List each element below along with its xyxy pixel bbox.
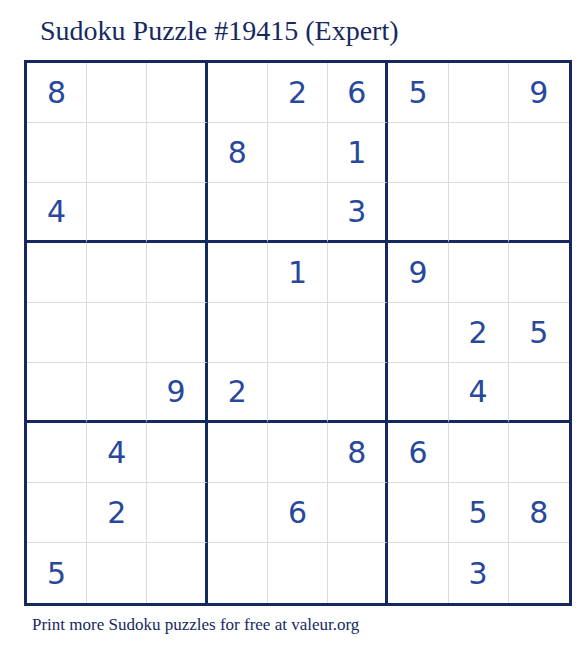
cell-r6c2 (87, 363, 147, 423)
cell-r6c5 (268, 363, 328, 423)
cell-r4c2 (87, 243, 147, 303)
cell-r1c7: 5 (388, 63, 448, 123)
cell-r1c6: 6 (328, 63, 388, 123)
cell-r7c6: 8 (328, 423, 388, 483)
cell-r9c2 (87, 543, 147, 603)
cell-r5c9: 5 (509, 303, 569, 363)
cell-r1c4 (208, 63, 268, 123)
cell-r3c2 (87, 183, 147, 243)
cell-r7c3 (147, 423, 207, 483)
cell-r1c5: 2 (268, 63, 328, 123)
cell-r4c4 (208, 243, 268, 303)
cell-r2c1 (27, 123, 87, 183)
cell-r6c7 (388, 363, 448, 423)
cell-r6c4: 2 (208, 363, 268, 423)
cell-r5c1 (27, 303, 87, 363)
cell-r6c8: 4 (449, 363, 509, 423)
cell-r3c4 (208, 183, 268, 243)
cell-r5c6 (328, 303, 388, 363)
cell-r9c3 (147, 543, 207, 603)
cell-r7c5 (268, 423, 328, 483)
cell-r2c5 (268, 123, 328, 183)
cell-r8c7 (388, 483, 448, 543)
cell-r8c9: 8 (509, 483, 569, 543)
cell-r8c5: 6 (268, 483, 328, 543)
sudoku-board: 8265981431925924486265853 (24, 60, 572, 606)
cell-r2c2 (87, 123, 147, 183)
cell-r6c1 (27, 363, 87, 423)
cell-r2c7 (388, 123, 448, 183)
cell-r9c1: 5 (27, 543, 87, 603)
cell-r1c1: 8 (27, 63, 87, 123)
page-title: Sudoku Puzzle #19415 (Expert) (40, 14, 580, 48)
footer-text: Print more Sudoku puzzles for free at va… (32, 614, 580, 636)
cell-r4c7: 9 (388, 243, 448, 303)
cell-r3c5 (268, 183, 328, 243)
cell-r7c2: 4 (87, 423, 147, 483)
cell-r3c6: 3 (328, 183, 388, 243)
cell-r1c8 (449, 63, 509, 123)
cell-r5c8: 2 (449, 303, 509, 363)
cell-r2c6: 1 (328, 123, 388, 183)
cell-r8c6 (328, 483, 388, 543)
cell-r3c8 (449, 183, 509, 243)
cell-r8c1 (27, 483, 87, 543)
cell-r8c2: 2 (87, 483, 147, 543)
cell-r1c9: 9 (509, 63, 569, 123)
cell-r2c9 (509, 123, 569, 183)
cell-r8c8: 5 (449, 483, 509, 543)
cell-r8c3 (147, 483, 207, 543)
sudoku-page: Sudoku Puzzle #19415 (Expert) 8265981431… (0, 14, 580, 651)
cell-r4c5: 1 (268, 243, 328, 303)
cell-r4c3 (147, 243, 207, 303)
cell-r5c4 (208, 303, 268, 363)
cell-r7c7: 6 (388, 423, 448, 483)
cell-r9c7 (388, 543, 448, 603)
cell-r4c8 (449, 243, 509, 303)
cell-r1c3 (147, 63, 207, 123)
cell-r5c5 (268, 303, 328, 363)
cell-r1c2 (87, 63, 147, 123)
cell-r4c9 (509, 243, 569, 303)
cell-r2c4: 8 (208, 123, 268, 183)
cell-r7c1 (27, 423, 87, 483)
cell-r7c4 (208, 423, 268, 483)
cell-r9c8: 3 (449, 543, 509, 603)
cell-r3c9 (509, 183, 569, 243)
cell-r8c4 (208, 483, 268, 543)
cell-r4c6 (328, 243, 388, 303)
cell-r3c3 (147, 183, 207, 243)
cell-r7c9 (509, 423, 569, 483)
cell-r3c7 (388, 183, 448, 243)
cell-r9c6 (328, 543, 388, 603)
cell-r3c1: 4 (27, 183, 87, 243)
cell-r9c4 (208, 543, 268, 603)
cell-r6c3: 9 (147, 363, 207, 423)
cell-r2c3 (147, 123, 207, 183)
cell-r5c3 (147, 303, 207, 363)
cell-r7c8 (449, 423, 509, 483)
cell-r6c6 (328, 363, 388, 423)
cell-r5c2 (87, 303, 147, 363)
cell-r2c8 (449, 123, 509, 183)
cell-r9c9 (509, 543, 569, 603)
cell-r9c5 (268, 543, 328, 603)
cell-r4c1 (27, 243, 87, 303)
cell-r5c7 (388, 303, 448, 363)
cell-r6c9 (509, 363, 569, 423)
